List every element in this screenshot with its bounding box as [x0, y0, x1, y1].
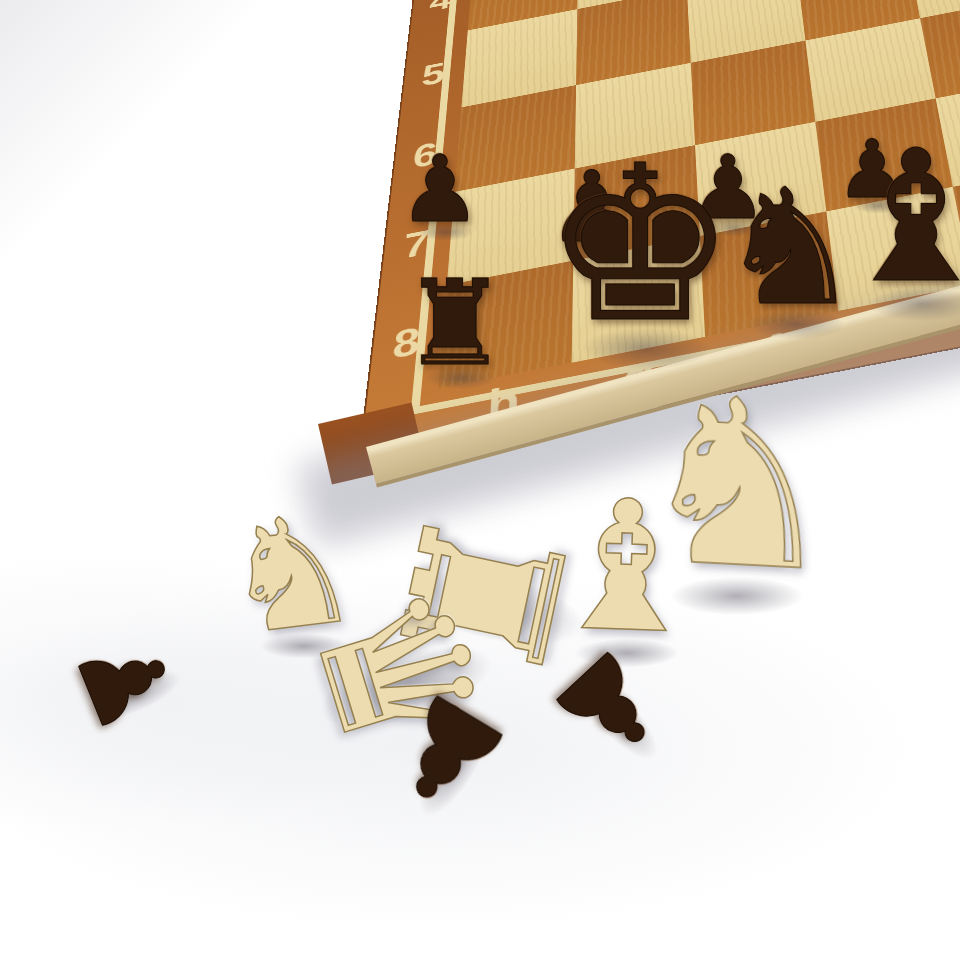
piece-black-rook-h8[interactable]: ♜ — [402, 264, 508, 382]
piece-black-pawn-h6[interactable]: ♟ — [399, 144, 481, 236]
offboard-white-bishop-3[interactable]: ♝ — [542, 474, 710, 660]
offboard-black-pawn-6[interactable]: ♟ — [57, 617, 193, 747]
piece-black-king-g8[interactable]: ♚ — [544, 137, 737, 352]
photo-scene: { "game": "chess", "scene_note": "Overhe… — [0, 0, 960, 960]
rank-label-5: 5 — [400, 31, 465, 119]
piece-black-knight-f8[interactable]: ♞ — [718, 168, 861, 328]
